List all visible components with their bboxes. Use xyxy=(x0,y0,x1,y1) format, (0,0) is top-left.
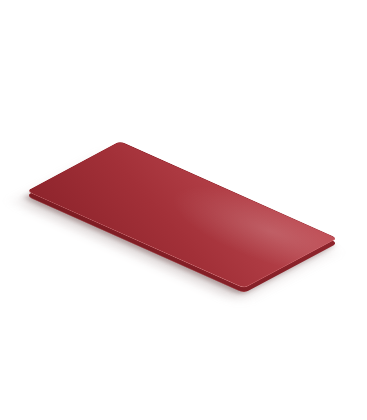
product-photo xyxy=(0,0,367,420)
